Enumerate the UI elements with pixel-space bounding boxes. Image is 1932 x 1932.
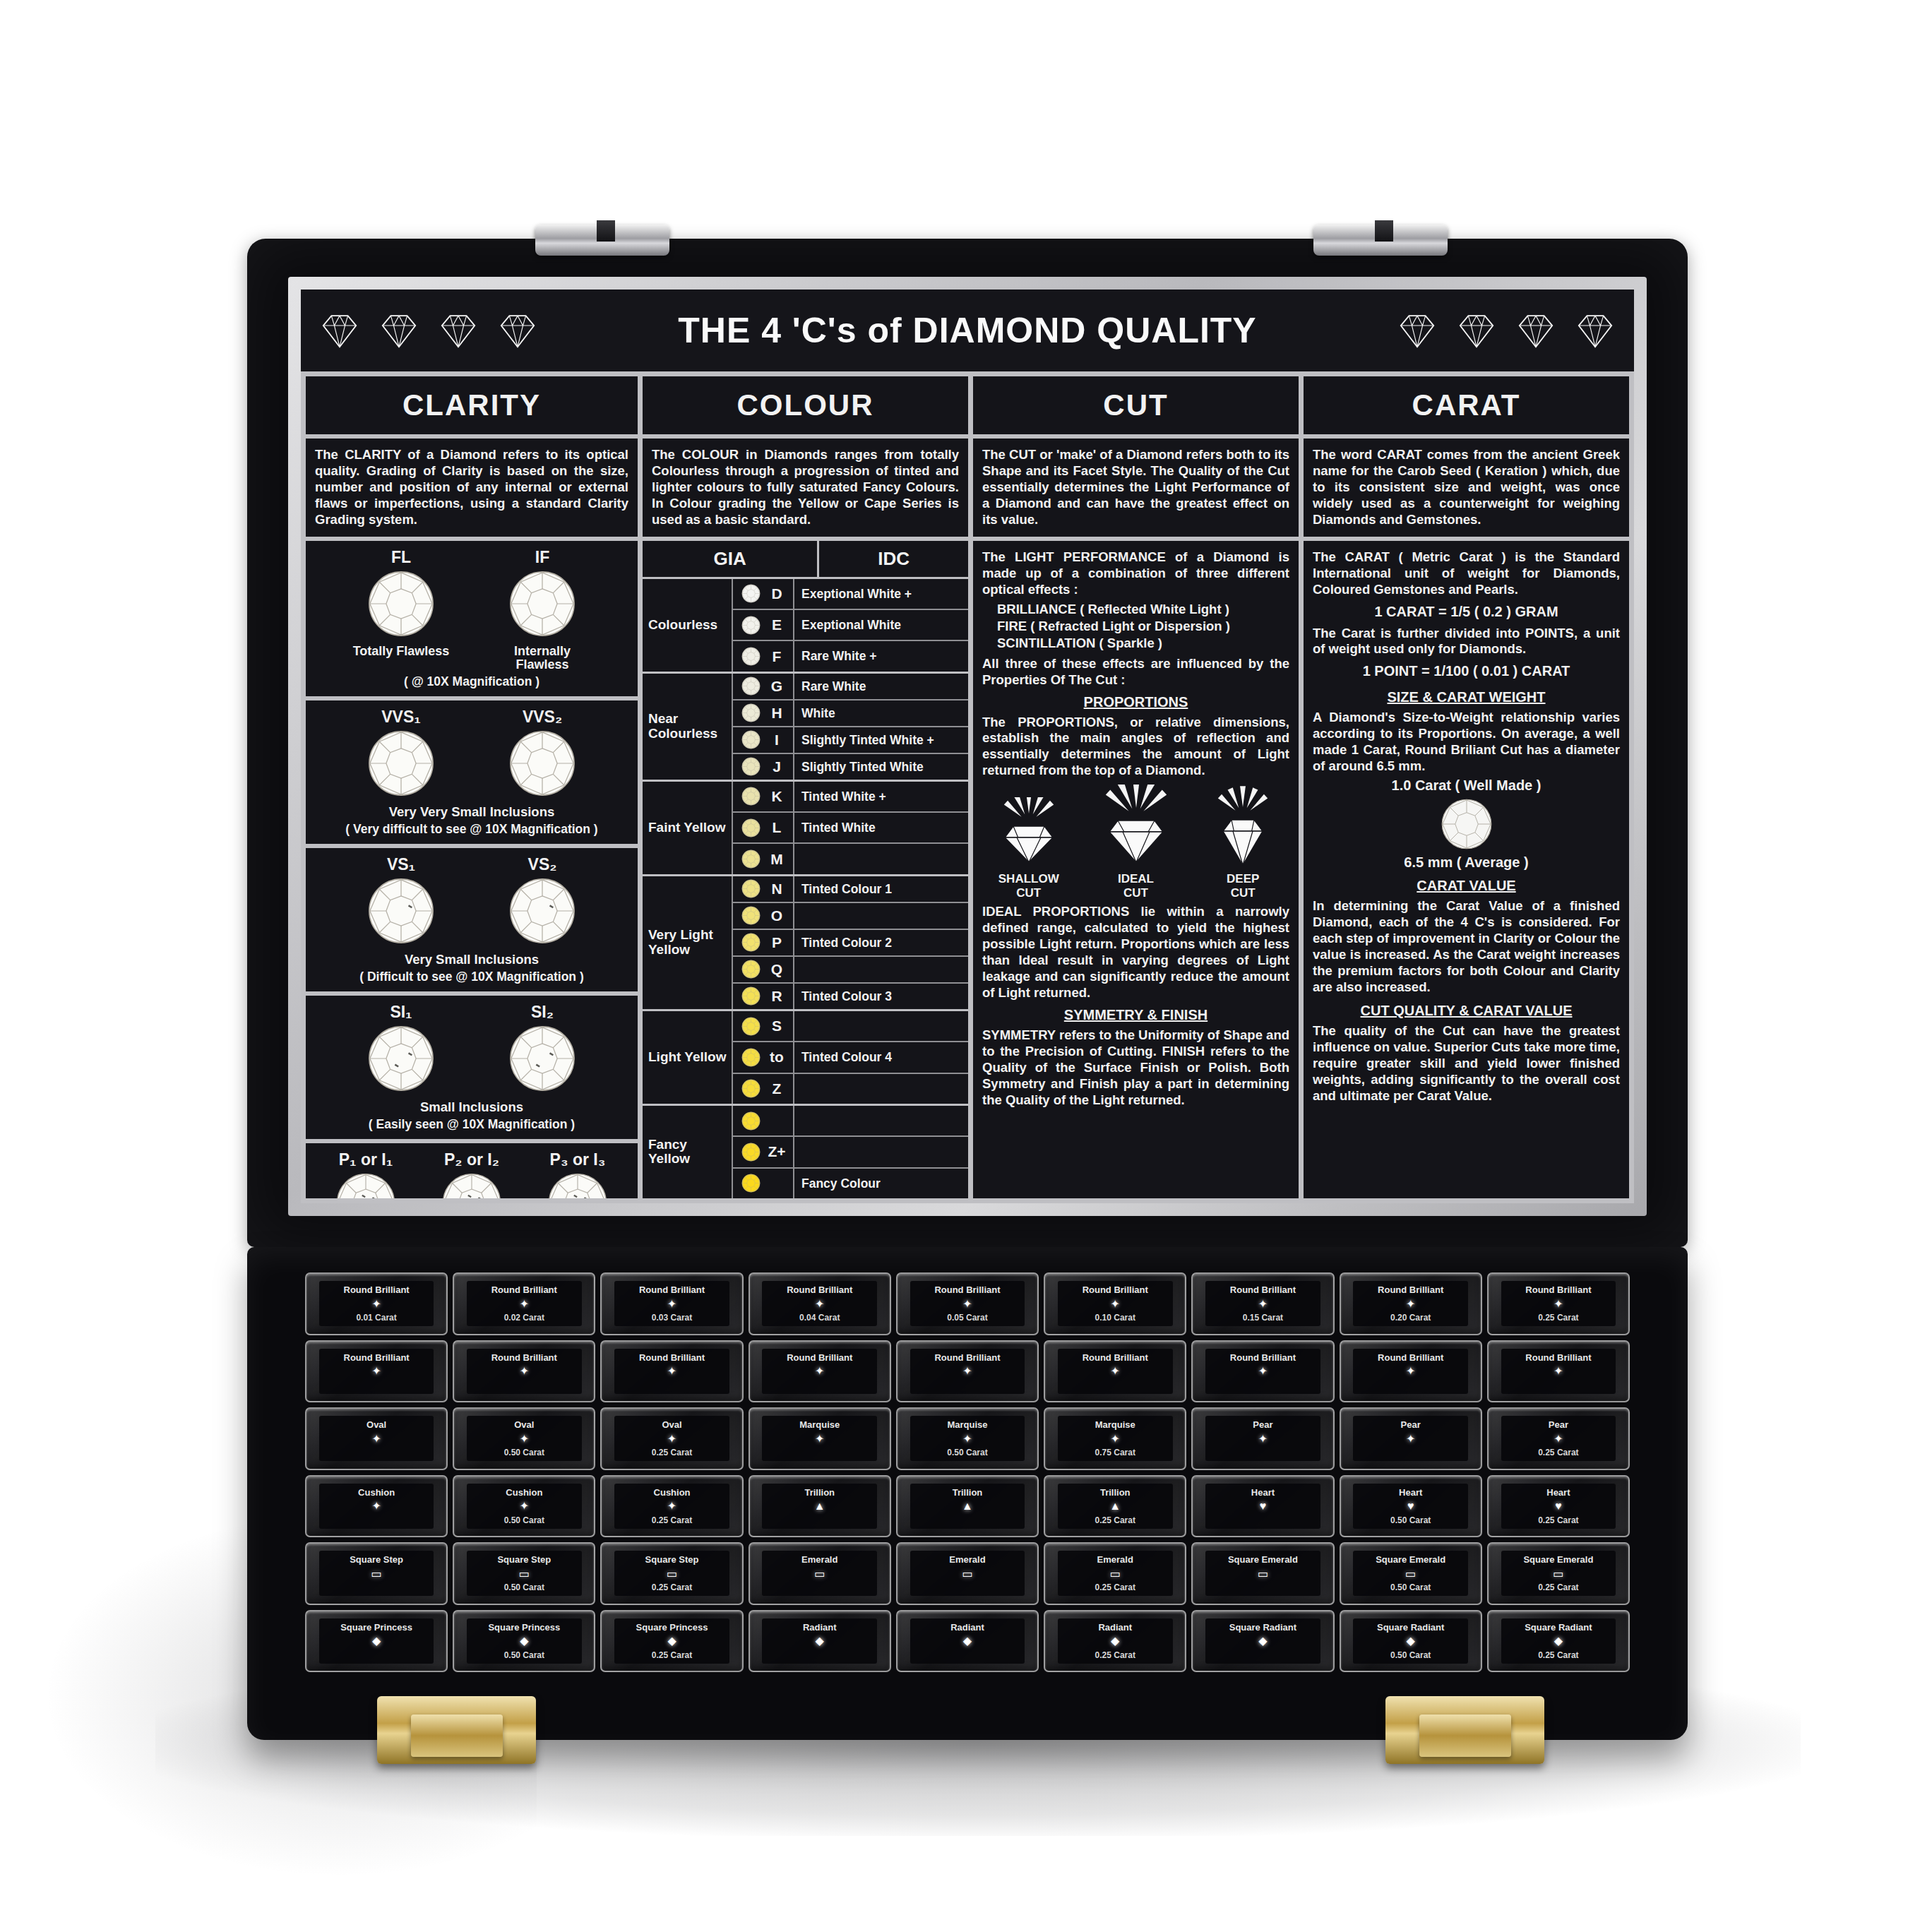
colour-row: Z+ [733,1137,968,1168]
gem-stone-icon: ✦ [1258,1299,1268,1310]
idc-grade-label: Tinted Colour 1 [793,876,968,902]
gia-grade-letter: O [761,907,793,924]
gem-stone-icon: ✦ [1258,1366,1268,1377]
colour-row: Fancy Colour [733,1169,968,1198]
carat-para1: The word CARAT comes from the ancient Gr… [1304,439,1629,537]
sample-carat-weight: 0.25 Carat [1538,1582,1578,1592]
colour-stone-icon [741,986,761,1006]
gia-grade-letter: I [761,732,793,749]
idc-grade-label [793,1106,968,1135]
sample-box-label: Round Brilliant✦0.01 Carat [319,1281,434,1326]
sample-box-label: Radiant◆ [910,1618,1025,1664]
colour-stone-icon [741,1111,761,1131]
clarity-stone-icon [441,1172,502,1198]
clarity-stone-icon [508,877,576,948]
colour-stone-icon [741,1079,761,1098]
cut-effect-item: FIRE ( Refracted Light or Dispersion ) [997,618,1299,635]
gia-grade-letter: M [761,851,793,868]
one-carat-stone-icon [1304,795,1629,853]
idc-grade-label: White [793,700,968,726]
sample-box-label: Pear✦ [1353,1416,1468,1461]
colour-row: RTinted Colour 3 [733,984,968,1009]
gem-stone-icon: ▭ [1553,1568,1563,1580]
sample-box: Trillion▲ [896,1475,1039,1538]
sample-shape-name: Pear [1253,1419,1272,1430]
colour-row: ISlightly Tinted White + [733,727,968,754]
symmetry-text: SYMMETRY refers to the Uniformity of Sha… [973,1025,1299,1117]
colour-groups: Colourless DExeptional White + EExeption… [643,579,968,1198]
gia-grade-letter: E [761,616,793,633]
sample-box: Cushion✦0.25 Carat [600,1475,743,1538]
sample-box-label: Round Brilliant✦0.20 Carat [1353,1281,1468,1326]
colour-stone-icon [741,849,761,869]
sample-carat-weight: 0.25 Carat [1538,1650,1578,1660]
gem-stone-icon: ◆ [1111,1635,1119,1647]
symmetry-heading: SYMMETRY & FINISH [973,1001,1299,1025]
idc-grade-label: Rare White + [793,641,968,671]
colour-rows: GRare White HWhite ISlightly Tinted Whit… [733,674,968,780]
sample-box: Pear✦0.25 Carat [1487,1407,1630,1470]
cut-diagram: DEEPCUT [1197,783,1289,900]
sample-box: Round Brilliant✦ [453,1340,595,1403]
sample-box: Cushion✦0.50 Carat [453,1475,595,1538]
colour-stone-icon [741,1017,761,1036]
colour-stone-icon [741,1143,761,1162]
cut-diagram: SHALLOWCUT [983,797,1075,900]
sample-box: Square Radiant◆0.50 Carat [1340,1610,1482,1673]
clarity-sections: FL Totally FlawlessIF Internally Flawles… [306,541,638,1198]
colour-row [733,1106,968,1137]
clarity-grade-label: P₁ or I₁ [339,1150,393,1169]
sample-box-label: Square Emerald▭ [1205,1551,1320,1596]
sample-shape-name: Round Brilliant [1230,1352,1296,1363]
clarity-stone-icon [367,1025,435,1095]
clarity-stone-icon [335,1172,396,1198]
sample-box-label: Round Brilliant✦ [467,1349,582,1394]
clarity-grade-label: VS₁ [387,855,415,874]
idc-grade-label: Tinted White + [793,782,968,811]
sample-carat-weight: 0.50 Carat [504,1515,544,1525]
clarity-grade-label: P₃ or I₃ [550,1150,606,1169]
sample-shape-name: Square Princess [340,1622,412,1633]
size-weight-text: A Diamond's Size-to-Weight relationship … [1304,707,1629,776]
carat-formula1: 1 CARAT = 1/5 ( 0.2 ) GRAM [1304,600,1629,624]
sample-box: Square Princess◆0.50 Carat [453,1610,595,1673]
sample-box-label: Round Brilliant✦0.04 Carat [762,1281,877,1326]
gem-stone-icon: ✦ [1554,1299,1563,1310]
clarity-section: VS₁ VS₂ Very Small Inclusions( Difficult… [306,848,638,991]
sample-box-label: Square Emerald▭0.25 Carat [1501,1551,1616,1596]
sample-shape-name: Marquise [799,1419,840,1430]
sample-box: Heart♥0.50 Carat [1340,1475,1482,1538]
gem-stone-icon: ✦ [815,1366,824,1377]
diamond-icons-right [1397,311,1616,350]
sample-box-label: Round Brilliant✦ [614,1349,729,1394]
gem-stone-icon: ✦ [520,1433,529,1445]
carat-header: CARAT [1304,376,1629,434]
cut-effect-item: BRILLIANCE ( Reflected White Light ) [997,601,1299,618]
sample-box: Square Emerald▭0.25 Carat [1487,1542,1630,1605]
gem-stone-icon: ✦ [520,1501,529,1512]
idc-grade-label [793,1137,968,1167]
clarity-grade-row: FL Totally FlawlessIF Internally Flawles… [313,545,631,673]
sample-carat-weight: 0.25 Carat [1095,1582,1135,1592]
proportions-heading: PROPORTIONS [973,688,1299,712]
gem-stone-icon: ♥ [1407,1501,1414,1512]
cut-diagram: IDEALCUT [1083,785,1189,900]
sample-box-label: Round Brilliant✦0.02 Carat [467,1281,582,1326]
sample-shape-name: Marquise [947,1419,987,1430]
colour-row: KTinted White + [733,782,968,813]
sample-box: Oval✦0.25 Carat [600,1407,743,1470]
sample-box-label: Round Brilliant✦0.25 Carat [1501,1281,1616,1326]
clarity-stone-icon [367,729,435,800]
case-lid: THE 4 'C's of DIAMOND QUALITY CLARITY Th… [247,239,1688,1247]
clarity-stone-icon [547,1172,608,1198]
sample-carat-weight: 0.25 Carat [1095,1650,1135,1660]
gem-stone-icon: ◆ [1554,1635,1563,1647]
cut-diagram-label: DEEPCUT [1227,872,1259,900]
product-photo-scene: THE 4 'C's of DIAMOND QUALITY CLARITY Th… [0,0,1932,1932]
sample-shape-name: Pear [1401,1419,1421,1430]
idc-grade-label [793,1074,968,1104]
sample-shape-name: Round Brilliant [639,1352,705,1363]
sample-shape-name: Heart [1546,1487,1570,1498]
sample-box: Square Step▭0.50 Carat [453,1542,595,1605]
clarity-grade: VVS₂ [489,708,595,800]
clarity-grade-row: VVS₁ VVS₂ [313,705,631,800]
sample-box: Radiant◆0.25 Carat [1044,1610,1186,1673]
gem-stone-icon: ✦ [1111,1366,1120,1377]
gem-stone-icon: ✦ [1554,1366,1563,1377]
colour-group-label: Near Colourless [643,674,733,780]
idc-grade-label [793,903,968,929]
gem-stone-icon: ✦ [815,1433,824,1445]
cut-light-performance: The LIGHT PERFORMANCE of a Diamond is ma… [973,541,1299,600]
sample-box: Square Radiant◆0.25 Carat [1487,1610,1630,1673]
column-cut: CUT The CUT or 'make' of a Diamond refer… [973,376,1299,1198]
sample-box-label: Trillion▲ [762,1484,877,1529]
sample-box-label: Round Brilliant✦0.05 Carat [910,1281,1025,1326]
sample-box: Round Brilliant✦0.05 Carat [896,1272,1039,1335]
idc-grade-label: Exeptional White [793,610,968,640]
carat-para2: The CARAT ( Metric Carat ) is the Standa… [1304,541,1629,600]
gia-grade-letter: F [761,648,793,665]
colour-rows: KTinted White + LTinted White M [733,782,968,874]
clarity-grade-label: VS₂ [528,855,557,874]
clarity-header: CLARITY [306,376,638,434]
sample-box: Oval✦ [305,1407,448,1470]
clarity-stone-icon [367,570,435,640]
carat-details: The CARAT ( Metric Carat ) is the Standa… [1304,541,1629,1198]
size-weight-heading: SIZE & CARAT WEIGHT [1304,684,1629,707]
gem-stone-icon: ▭ [1258,1568,1268,1580]
chart-columns: CLARITY The CLARITY of a Diamond refers … [301,371,1634,1203]
colour-row: LTinted White [733,813,968,844]
chart-title-bar: THE 4 'C's of DIAMOND QUALITY [301,290,1634,371]
sample-box: Square Step▭ [305,1542,448,1605]
sample-box: Cushion✦ [305,1475,448,1538]
sample-box: Square Radiant◆ [1191,1610,1334,1673]
carat-formula2: 1 POINT = 1/100 ( 0.01 ) CARAT [1304,659,1629,684]
colour-row: GRare White [733,674,968,700]
sample-box: Emerald▭ [749,1542,891,1605]
sample-box: Square Emerald▭0.50 Carat [1340,1542,1482,1605]
gia-grade-letter: G [761,678,793,695]
sample-shape-name: Round Brilliant [1378,1352,1443,1363]
idc-grade-label: Tinted Colour 2 [793,930,968,955]
four-cs-chart: THE 4 'C's of DIAMOND QUALITY CLARITY Th… [301,290,1634,1203]
sample-box: Round Brilliant✦0.20 Carat [1340,1272,1482,1335]
hinge-icon [535,225,669,256]
colour-group: Near Colourless GRare White HWhite ISlig… [643,674,968,782]
clarity-stone-icon [508,570,576,640]
diamond-icon [497,311,538,350]
clarity-intro: The CLARITY of a Diamond refers to its o… [306,439,638,537]
colour-row: S [733,1011,968,1042]
gem-stone-icon: ▲ [1109,1501,1121,1512]
sample-shape-name: Oval [514,1419,534,1430]
sample-shape-name: Square Radiant [1525,1622,1592,1633]
cut-effects-list: BRILLIANCE ( Reflected White Light )FIRE… [973,600,1299,653]
clasp-icon [1385,1696,1544,1764]
colour-row: NTinted Colour 1 [733,876,968,903]
clarity-grade: VS₁ [348,855,454,948]
sample-box-label: Round Brilliant✦ [319,1349,434,1394]
proportions-text: The PROPORTIONS, or relative dimensions,… [973,712,1299,781]
colour-group-label: Colourless [643,579,733,672]
sample-box: Pear✦ [1191,1407,1334,1470]
clarity-grade-label: IF [535,548,549,567]
sample-carat-weight: 0.25 Carat [652,1448,692,1457]
colour-stone-icon [741,616,761,635]
sample-shape-name: Round Brilliant [639,1284,705,1295]
sample-box-label: Cushion✦0.25 Carat [614,1484,729,1529]
clarity-grade-row: VS₁ VS₂ [313,852,631,948]
sample-box: Round Brilliant✦0.10 Carat [1044,1272,1186,1335]
sample-box: Round Brilliant✦ [600,1340,743,1403]
gem-stone-icon: ▭ [519,1568,530,1580]
sample-box: Square Princess◆0.25 Carat [600,1610,743,1673]
gia-grade-letter: P [761,934,793,951]
sample-box-label: Oval✦0.50 Carat [467,1416,582,1461]
sample-shape-name: Emerald [949,1554,985,1565]
sample-box-label: Square Princess◆ [319,1618,434,1664]
sample-shape-name: Cushion [358,1487,395,1498]
gem-stone-icon: ✦ [667,1299,676,1310]
idc-grade-label: Slightly Tinted White [793,754,968,780]
gem-stone-icon: ◆ [520,1635,528,1647]
sample-box-label: Heart♥ [1205,1484,1320,1529]
clasp-icon [377,1696,536,1764]
gem-stone-icon: ✦ [962,1433,972,1445]
sample-box-label: Round Brilliant✦ [1501,1349,1616,1394]
gem-stone-icon: ✦ [815,1299,824,1310]
clarity-grade-label: VVS₂ [523,708,562,727]
sample-shape-name: Round Brilliant [934,1352,1000,1363]
sample-box-label: Emerald▭0.25 Carat [1058,1551,1173,1596]
sample-carat-weight: 0.50 Carat [1390,1650,1431,1660]
sample-shape-name: Round Brilliant [1083,1352,1148,1363]
sample-box: Marquise✦ [749,1407,891,1470]
clarity-grade-row: SI₁ SI₂ [313,1000,631,1095]
sample-box-label: Round Brilliant✦ [910,1349,1025,1394]
gem-stone-icon: ✦ [1111,1299,1120,1310]
idc-grade-label: Slightly Tinted White + [793,727,968,753]
clarity-grade-label: SI₁ [390,1003,412,1022]
chart-title: THE 4 'C's of DIAMOND QUALITY [538,310,1397,351]
sample-shape-name: Square Radiant [1377,1622,1444,1633]
gem-stone-icon: ✦ [520,1299,529,1310]
gem-stone-icon: ▲ [814,1501,825,1512]
gem-stone-icon: ✦ [667,1501,676,1512]
average-size-label: 6.5 mm ( Average ) [1304,853,1629,872]
gem-stone-icon: ◆ [1407,1635,1415,1647]
gem-stone-icon: ◆ [372,1635,381,1647]
sample-shape-name: Round Brilliant [1083,1284,1148,1295]
gem-stone-icon: ✦ [520,1366,529,1377]
sample-box-label: Trillion▲ [910,1484,1025,1529]
gia-grade-letter: S [761,1018,793,1034]
sample-box-label: Round Brilliant✦0.15 Carat [1205,1281,1320,1326]
sample-box: Round Brilliant✦0.15 Carat [1191,1272,1334,1335]
case-base: Round Brilliant✦0.01 CaratRound Brillian… [247,1247,1688,1740]
sample-shape-name: Square Step [497,1554,551,1565]
sample-shape-name: Square Emerald [1376,1554,1445,1565]
colour-stone-icon [741,730,761,749]
diamond-icon [378,311,419,350]
sample-shape-name: Emerald [801,1554,837,1565]
colour-row: PTinted Colour 2 [733,930,968,957]
colour-row: Z [733,1074,968,1104]
colour-row: EExeptional White [733,610,968,641]
colour-stone-icon [741,676,761,696]
sample-box-label: Marquise✦0.75 Carat [1058,1416,1173,1461]
sample-box: Square Emerald▭ [1191,1542,1334,1605]
gem-stone-icon: ▭ [814,1568,825,1580]
sample-box-label: Marquise✦ [762,1416,877,1461]
sample-box: Round Brilliant✦ [1340,1340,1482,1403]
clarity-grade: SI₁ [348,1003,454,1095]
clarity-stone-icon [508,1025,576,1095]
idc-grade-label [793,957,968,982]
gem-stone-icon: ✦ [1406,1433,1415,1445]
sample-shape-name: Round Brilliant [1525,1284,1591,1295]
colour-group: Very Light Yellow NTinted Colour 1 O PTi… [643,876,968,1011]
clarity-grade: P₁ or I₁ [313,1150,419,1198]
clarity-section: FL Totally FlawlessIF Internally Flawles… [306,541,638,697]
sample-box: Marquise✦0.50 Carat [896,1407,1039,1470]
sample-box: Marquise✦0.75 Carat [1044,1407,1186,1470]
sample-box-label: Marquise✦0.50 Carat [910,1416,1025,1461]
sample-box: Square Princess◆ [305,1610,448,1673]
sample-shape-name: Trillion [804,1487,835,1498]
diamond-icon [438,311,479,350]
sample-shape-name: Round Brilliant [787,1352,852,1363]
sample-box-label: Cushion✦ [319,1484,434,1529]
clarity-caption: Very Very Small Inclusions [313,804,631,820]
gia-grade-letter: Z [761,1080,793,1097]
sample-carat-weight: 0.50 Carat [504,1582,544,1592]
sample-shape-name: Round Brilliant [344,1284,410,1295]
cut-effect-item: SCINTILLATION ( Sparkle ) [997,635,1299,652]
sample-carat-weight: 0.25 Carat [1538,1313,1578,1323]
sample-carat-weight: 0.02 Carat [504,1313,544,1323]
sample-box-label: Heart♥0.25 Carat [1501,1484,1616,1529]
sample-shape-name: Radiant [950,1622,984,1633]
colour-group-label: Fancy Yellow [643,1106,733,1198]
sample-shape-name: Oval [366,1419,386,1430]
clarity-grade: FL Totally Flawless [348,548,454,659]
sample-box-label: Round Brilliant✦ [1205,1349,1320,1394]
column-colour: COLOUR The COLOUR in Diamonds ranges fro… [643,376,968,1198]
sample-carat-weight: 0.25 Carat [1538,1448,1578,1457]
sample-shape-name: Square Radiant [1229,1622,1296,1633]
gem-stone-icon: ✦ [371,1501,381,1512]
well-made-label: 1.0 Carat ( Well Made ) [1304,776,1629,795]
colour-intro: The COLOUR in Diamonds ranges from total… [643,439,968,537]
sample-shape-name: Marquise [1095,1419,1135,1430]
sample-box: Round Brilliant✦0.03 Carat [600,1272,743,1335]
sample-shape-name: Round Brilliant [491,1352,557,1363]
sample-carat-weight: 0.15 Carat [1243,1313,1283,1323]
idc-grade-label [793,844,968,873]
colour-stone-icon [741,906,761,925]
sample-box-label: Radiant◆0.25 Carat [1058,1618,1173,1664]
sample-carat-weight: 0.04 Carat [799,1313,840,1323]
colour-row: HWhite [733,700,968,727]
clarity-section: P₁ or I₁ P₂ or I₂ P₃ or I₃ Piqué or Impe… [306,1143,638,1198]
colour-stone-icon [741,960,761,979]
sample-box-label: Square Step▭0.25 Carat [614,1551,729,1596]
sample-box: Round Brilliant✦ [1191,1340,1334,1403]
carat-para3: The Carat is further divided into POINTS… [1304,624,1629,660]
gem-stone-icon: ✦ [371,1299,381,1310]
gem-stone-icon: ✦ [667,1366,676,1377]
colour-stone-icon [741,703,761,722]
sample-box: Square Step▭0.25 Carat [600,1542,743,1605]
idc-grade-label: Exeptional White + [793,579,968,609]
sample-box: Emerald▭0.25 Carat [1044,1542,1186,1605]
colour-row: JSlightly Tinted White [733,754,968,780]
colour-group: Colourless DExeptional White + EExeption… [643,579,968,674]
gem-stone-icon: ✦ [667,1433,676,1445]
sample-box: Round Brilliant✦ [749,1340,891,1403]
gem-stone-icon: ▭ [1405,1568,1416,1580]
sample-shape-name: Square Step [645,1554,699,1565]
gia-grade-letter: Z+ [761,1143,793,1160]
colour-stone-icon [741,757,761,776]
chart-silver-frame: THE 4 'C's of DIAMOND QUALITY CLARITY Th… [288,277,1647,1216]
diamond-icon [1515,311,1556,350]
clarity-grade-label: FL [391,548,411,567]
gem-stone-icon: ✦ [1406,1366,1415,1377]
colour-row: toTinted Colour 4 [733,1042,968,1073]
sample-shape-name: Heart [1251,1487,1275,1498]
clarity-grade: VVS₁ [348,708,454,800]
sample-carat-weight: 0.05 Carat [947,1313,987,1323]
sample-shape-name: Emerald [1097,1554,1133,1565]
cut-quality-text: The quality of the Cut can have the grea… [1304,1020,1629,1113]
clarity-note: ( Very difficult to see @ 10X Magnificat… [313,822,631,840]
sample-box: Round Brilliant✦ [1487,1340,1630,1403]
colour-row: FRare White + [733,641,968,671]
cut-diagram-icon [1083,785,1189,871]
sample-box-label: Trillion▲0.25 Carat [1058,1484,1173,1529]
sample-carat-weight: 0.25 Carat [652,1582,692,1592]
cut-diagram-label: IDEALCUT [1118,872,1154,900]
gia-grade-letter: N [761,881,793,898]
